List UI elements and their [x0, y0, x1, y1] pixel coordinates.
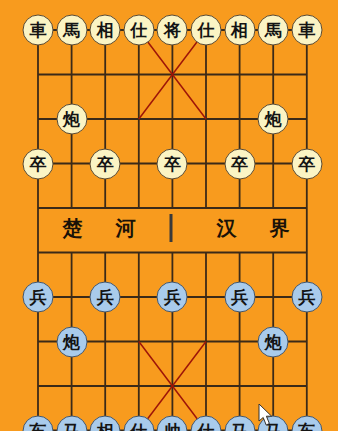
piece-yellow-horse-b0[interactable]: 馬 [56, 15, 87, 46]
piece-yellow-general-e0[interactable]: 将 [157, 15, 188, 46]
piece-yellow-cannon-b2[interactable]: 炮 [56, 104, 87, 135]
piece-yellow-soldier-c3[interactable]: 卒 [90, 148, 121, 179]
piece-blue-soldier-i6[interactable]: 兵 [291, 282, 322, 313]
piece-yellow-soldier-a3[interactable]: 卒 [23, 148, 54, 179]
mouse-arrow-icon [258, 404, 274, 427]
piece-yellow-soldier-g3[interactable]: 卒 [224, 148, 255, 179]
piece-yellow-chariot-a0[interactable]: 車 [23, 15, 54, 46]
piece-blue-soldier-c6[interactable]: 兵 [90, 282, 121, 313]
piece-blue-soldier-g6[interactable]: 兵 [224, 282, 255, 313]
piece-yellow-chariot-i0[interactable]: 車 [291, 15, 322, 46]
river-divider [170, 214, 173, 242]
piece-blue-cannon-h7[interactable]: 炮 [258, 326, 289, 357]
piece-yellow-advisor-f0[interactable]: 仕 [191, 15, 222, 46]
piece-yellow-elephant-g0[interactable]: 相 [224, 15, 255, 46]
river-label-chu-he: 楚 河 [50, 215, 149, 242]
piece-yellow-soldier-e3[interactable]: 卒 [157, 148, 188, 179]
piece-yellow-advisor-d0[interactable]: 仕 [123, 15, 154, 46]
xiangqi-board: 楚 河 汉 界 車馬相仕将仕相馬車炮炮卒卒卒卒卒兵兵兵兵兵炮炮车马相仕帅仕马马车 [0, 0, 338, 431]
piece-blue-soldier-a6[interactable]: 兵 [23, 282, 54, 313]
piece-yellow-cannon-h2[interactable]: 炮 [258, 104, 289, 135]
piece-blue-soldier-e6[interactable]: 兵 [157, 282, 188, 313]
piece-blue-cannon-b7[interactable]: 炮 [56, 326, 87, 357]
piece-yellow-horse-h0[interactable]: 馬 [258, 15, 289, 46]
piece-yellow-elephant-c0[interactable]: 相 [90, 15, 121, 46]
river-label-han-jie: 汉 界 [204, 215, 303, 242]
piece-yellow-soldier-i3[interactable]: 卒 [291, 148, 322, 179]
